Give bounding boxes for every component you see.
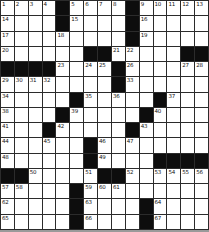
black-cell-r12c2: [15, 169, 28, 183]
white-cell-r14c1[interactable]: 62: [1, 199, 14, 213]
clue-number-2: 2: [16, 1, 19, 7]
clue-number-15: 15: [71, 16, 78, 22]
clue-number-55: 55: [182, 169, 189, 175]
white-cell-r10c15[interactable]: [195, 138, 208, 152]
black-cell-r5c4: [43, 62, 56, 76]
clue-number-44: 44: [2, 138, 9, 144]
black-cell-r14c6: [70, 199, 83, 213]
white-cell-r2c12[interactable]: [154, 16, 167, 30]
white-cell-r2c3[interactable]: [29, 16, 42, 30]
white-cell-r4c1[interactable]: 20: [1, 47, 14, 61]
white-cell-r13c12[interactable]: [154, 184, 167, 198]
clue-number-12: 12: [182, 1, 189, 7]
clue-number-48: 48: [2, 154, 9, 160]
white-cell-r3c3[interactable]: [29, 32, 42, 46]
clue-number-59: 59: [85, 184, 92, 190]
black-cell-r12c8: [98, 169, 111, 183]
black-cell-r5c9: [112, 62, 125, 76]
black-cell-r14c11: [140, 199, 153, 213]
white-cell-r7c7[interactable]: 35: [84, 93, 97, 107]
white-cell-r15c7[interactable]: 66: [84, 215, 97, 229]
white-cell-r10c14[interactable]: [181, 138, 194, 152]
white-cell-r14c9[interactable]: [112, 199, 125, 213]
white-cell-r14c8[interactable]: [98, 199, 111, 213]
clue-number-63: 63: [85, 199, 92, 205]
white-cell-r2c14[interactable]: [181, 16, 194, 30]
white-cell-r1c12[interactable]: 10: [154, 1, 167, 15]
clue-number-22: 22: [127, 47, 134, 53]
white-cell-r13c10[interactable]: [126, 184, 139, 198]
white-cell-r11c4[interactable]: [43, 154, 56, 168]
white-cell-r6c11[interactable]: [140, 77, 153, 91]
white-cell-r8c6[interactable]: 39: [70, 108, 83, 122]
white-cell-r2c9[interactable]: [112, 16, 125, 30]
clue-number-8: 8: [113, 1, 116, 7]
clue-number-64: 64: [155, 199, 162, 205]
clue-number-17: 17: [2, 32, 9, 38]
white-cell-r10c11[interactable]: [140, 138, 153, 152]
white-cell-r6c2[interactable]: 30: [15, 77, 28, 91]
clue-number-29: 29: [2, 77, 9, 83]
black-cell-r15c11: [140, 215, 153, 229]
white-cell-r1c15[interactable]: 13: [195, 1, 208, 15]
white-cell-r11c1[interactable]: 48: [1, 154, 14, 168]
white-cell-r8c2[interactable]: [15, 108, 28, 122]
clue-number-23: 23: [57, 62, 64, 68]
clue-number-38: 38: [2, 108, 9, 114]
clue-number-54: 54: [168, 169, 175, 175]
clue-number-20: 20: [2, 47, 9, 53]
white-cell-r10c8[interactable]: 46: [98, 138, 111, 152]
white-cell-r5c13[interactable]: [167, 62, 180, 76]
white-cell-r3c11[interactable]: 19: [140, 32, 153, 46]
black-cell-r7c6: [70, 93, 83, 107]
white-cell-r4c9[interactable]: 21: [112, 47, 125, 61]
clue-number-5: 5: [71, 1, 74, 7]
clue-number-37: 37: [168, 93, 175, 99]
white-cell-r11c10[interactable]: [126, 154, 139, 168]
black-cell-r2c5: [56, 16, 69, 30]
white-cell-r6c6[interactable]: [70, 77, 83, 91]
clue-number-35: 35: [85, 93, 92, 99]
white-cell-r13c15[interactable]: [195, 184, 208, 198]
white-cell-r5c7[interactable]: 24: [84, 62, 97, 76]
white-cell-r15c10[interactable]: [126, 215, 139, 229]
white-cell-r3c2[interactable]: [15, 32, 28, 46]
white-cell-r9c5[interactable]: 42: [56, 123, 69, 137]
white-cell-r13c1[interactable]: 57: [1, 184, 14, 198]
white-cell-r8c1[interactable]: 38: [1, 108, 14, 122]
white-cell-r9c7[interactable]: [84, 123, 97, 137]
white-cell-r8c14[interactable]: [181, 108, 194, 122]
clue-number-24: 24: [85, 62, 92, 68]
black-cell-r12c1: [1, 169, 14, 183]
black-cell-r15c6: [70, 215, 83, 229]
black-cell-r9c10: [126, 123, 139, 137]
clue-number-66: 66: [85, 215, 92, 221]
white-cell-r13c9[interactable]: 61: [112, 184, 125, 198]
clue-number-30: 30: [16, 77, 23, 83]
white-cell-r10c6[interactable]: [70, 138, 83, 152]
clue-number-10: 10: [155, 1, 162, 7]
black-cell-r5c2: [15, 62, 28, 76]
white-cell-r1c4[interactable]: 4: [43, 1, 56, 15]
black-cell-r11c15: [195, 154, 208, 168]
clue-number-67: 67: [155, 215, 162, 221]
white-cell-r15c12[interactable]: 67: [154, 215, 167, 229]
white-cell-r10c10[interactable]: 47: [126, 138, 139, 152]
white-cell-r5c15[interactable]: 28: [195, 62, 208, 76]
white-cell-r10c1[interactable]: 44: [1, 138, 14, 152]
white-cell-r6c8[interactable]: [98, 77, 111, 91]
white-cell-r8c4[interactable]: [43, 108, 56, 122]
black-cell-r4c14: [181, 47, 194, 61]
white-cell-r15c14[interactable]: [181, 215, 194, 229]
clue-number-62: 62: [2, 199, 9, 205]
black-cell-r7c12: [154, 93, 167, 107]
white-cell-r13c3[interactable]: [29, 184, 42, 198]
clue-number-25: 25: [99, 62, 106, 68]
white-cell-r13c11[interactable]: [140, 184, 153, 198]
clue-number-34: 34: [2, 93, 9, 99]
white-cell-r12c6[interactable]: [70, 169, 83, 183]
clue-number-19: 19: [141, 32, 148, 38]
black-cell-r1c5: [56, 1, 69, 15]
white-cell-r1c11[interactable]: 9: [140, 1, 153, 15]
white-cell-r15c15[interactable]: [195, 215, 208, 229]
white-cell-r3c13[interactable]: [167, 32, 180, 46]
white-cell-r1c1[interactable]: 1: [1, 1, 14, 15]
clue-number-13: 13: [196, 1, 203, 7]
white-cell-r4c10[interactable]: 22: [126, 47, 139, 61]
white-cell-r14c12[interactable]: 64: [154, 199, 167, 213]
white-cell-r14c4[interactable]: [43, 199, 56, 213]
black-cell-r4c15: [195, 47, 208, 61]
white-cell-r6c4[interactable]: 32: [43, 77, 56, 91]
white-cell-r7c1[interactable]: 34: [1, 93, 14, 107]
white-cell-r3c5[interactable]: 18: [56, 32, 69, 46]
white-cell-r2c7[interactable]: [84, 16, 97, 30]
white-cell-r2c13[interactable]: [167, 16, 180, 30]
white-cell-r6c13[interactable]: [167, 77, 180, 91]
black-cell-r5c3: [29, 62, 42, 76]
white-cell-r7c8[interactable]: [98, 93, 111, 107]
white-cell-r5c14[interactable]: 27: [181, 62, 194, 76]
white-cell-r6c12[interactable]: [154, 77, 167, 91]
white-cell-r12c3[interactable]: 50: [29, 169, 42, 183]
white-cell-r9c15[interactable]: [195, 123, 208, 137]
clue-number-46: 46: [99, 138, 106, 144]
clue-number-26: 26: [127, 62, 134, 68]
clue-number-65: 65: [2, 215, 9, 221]
white-cell-r1c9[interactable]: 8: [112, 1, 125, 15]
white-cell-r3c12[interactable]: [154, 32, 167, 46]
white-cell-r12c7[interactable]: 51: [84, 169, 97, 183]
white-cell-r5c6[interactable]: [70, 62, 83, 76]
white-cell-r3c14[interactable]: [181, 32, 194, 46]
white-cell-r7c4[interactable]: [43, 93, 56, 107]
white-cell-r3c1[interactable]: 17: [1, 32, 14, 46]
clue-number-52: 52: [127, 169, 134, 175]
white-cell-r1c2[interactable]: 2: [15, 1, 28, 15]
white-cell-r4c2[interactable]: [15, 47, 28, 61]
white-cell-r3c4[interactable]: [43, 32, 56, 46]
black-cell-r5c1: [1, 62, 14, 76]
white-cell-r6c15[interactable]: [195, 77, 208, 91]
white-cell-r7c2[interactable]: [15, 93, 28, 107]
white-cell-r12c15[interactable]: 56: [195, 169, 208, 183]
white-cell-r14c15[interactable]: [195, 199, 208, 213]
clue-number-53: 53: [155, 169, 162, 175]
white-cell-r14c13[interactable]: [167, 199, 180, 213]
white-cell-r1c6[interactable]: 5: [70, 1, 83, 15]
white-cell-r2c15[interactable]: [195, 16, 208, 30]
white-cell-r1c3[interactable]: 3: [29, 1, 42, 15]
white-cell-r2c6[interactable]: 15: [70, 16, 83, 30]
clue-number-33: 33: [127, 77, 134, 83]
black-cell-r1c10: [126, 1, 139, 15]
white-cell-r4c6[interactable]: [70, 47, 83, 61]
clue-number-21: 21: [113, 47, 120, 53]
black-cell-r11c13: [167, 154, 180, 168]
white-cell-r14c10[interactable]: [126, 199, 139, 213]
white-cell-r7c3[interactable]: [29, 93, 42, 107]
black-cell-r12c9: [112, 169, 125, 183]
black-cell-r4c8: [98, 47, 111, 61]
white-cell-r10c4[interactable]: 45: [43, 138, 56, 152]
white-cell-r11c8[interactable]: 49: [98, 154, 111, 168]
clue-number-47: 47: [127, 138, 134, 144]
white-cell-r15c2[interactable]: [15, 215, 28, 229]
white-cell-r12c4[interactable]: [43, 169, 56, 183]
clue-number-61: 61: [113, 184, 120, 190]
black-cell-r6c9: [112, 77, 125, 91]
clue-number-36: 36: [113, 93, 120, 99]
clue-number-18: 18: [57, 32, 64, 38]
white-cell-r1c7[interactable]: 6: [84, 1, 97, 15]
clue-number-41: 41: [2, 123, 9, 129]
white-cell-r8c8[interactable]: [98, 108, 111, 122]
white-cell-r9c9[interactable]: [112, 123, 125, 137]
white-cell-r2c11[interactable]: 16: [140, 16, 153, 30]
white-cell-r7c11[interactable]: [140, 93, 153, 107]
white-cell-r12c5[interactable]: [56, 169, 69, 183]
crossword-board: 1234567891011121314151617181920212223242…: [0, 0, 209, 232]
black-cell-r11c12: [154, 154, 167, 168]
white-cell-r14c14[interactable]: [181, 199, 194, 213]
white-cell-r2c1[interactable]: 14: [1, 16, 14, 30]
white-cell-r15c1[interactable]: 65: [1, 215, 14, 229]
clue-number-49: 49: [99, 154, 106, 160]
clue-number-40: 40: [155, 108, 162, 114]
white-cell-r9c13[interactable]: [167, 123, 180, 137]
white-cell-r4c3[interactable]: [29, 47, 42, 61]
white-cell-r11c5[interactable]: [56, 154, 69, 168]
white-cell-r6c5[interactable]: [56, 77, 69, 91]
white-cell-r3c6[interactable]: [70, 32, 83, 46]
white-cell-r8c13[interactable]: [167, 108, 180, 122]
white-cell-r11c9[interactable]: [112, 154, 125, 168]
white-cell-r11c6[interactable]: [70, 154, 83, 168]
white-cell-r10c12[interactable]: [154, 138, 167, 152]
clue-number-56: 56: [196, 169, 203, 175]
clue-number-6: 6: [85, 1, 88, 7]
black-cell-r10c7: [84, 138, 97, 152]
white-cell-r13c8[interactable]: 60: [98, 184, 111, 198]
white-cell-r12c13[interactable]: 54: [167, 169, 180, 183]
white-cell-r4c4[interactable]: [43, 47, 56, 61]
black-cell-r11c14: [181, 154, 194, 168]
white-cell-r5c8[interactable]: 25: [98, 62, 111, 76]
black-cell-r13c6: [70, 184, 83, 198]
white-cell-r15c4[interactable]: [43, 215, 56, 229]
white-cell-r2c8[interactable]: [98, 16, 111, 30]
white-cell-r5c5[interactable]: 23: [56, 62, 69, 76]
white-cell-r13c2[interactable]: 58: [15, 184, 28, 198]
white-cell-r10c3[interactable]: [29, 138, 42, 152]
white-cell-r15c13[interactable]: [167, 215, 180, 229]
clue-number-31: 31: [30, 77, 37, 83]
clue-number-42: 42: [57, 123, 64, 129]
white-cell-r9c14[interactable]: [181, 123, 194, 137]
white-cell-r14c7[interactable]: 63: [84, 199, 97, 213]
white-cell-r7c13[interactable]: 37: [167, 93, 180, 107]
white-cell-r11c11[interactable]: [140, 154, 153, 168]
white-cell-r2c4[interactable]: [43, 16, 56, 30]
white-cell-r14c5[interactable]: [56, 199, 69, 213]
white-cell-r9c6[interactable]: [70, 123, 83, 137]
clue-number-9: 9: [141, 1, 144, 7]
black-cell-r2c10: [126, 16, 139, 30]
clue-number-14: 14: [2, 16, 9, 22]
white-cell-r12c14[interactable]: 55: [181, 169, 194, 183]
black-cell-r11c7: [84, 154, 97, 168]
clue-number-16: 16: [141, 16, 148, 22]
white-cell-r8c12[interactable]: 40: [154, 108, 167, 122]
clue-number-7: 7: [99, 1, 102, 7]
white-cell-r10c9[interactable]: [112, 138, 125, 152]
white-cell-r9c1[interactable]: 41: [1, 123, 14, 137]
clue-number-32: 32: [44, 77, 51, 83]
clue-number-60: 60: [99, 184, 106, 190]
white-cell-r12c12[interactable]: 53: [154, 169, 167, 183]
white-cell-r4c5[interactable]: [56, 47, 69, 61]
white-cell-r10c5[interactable]: [56, 138, 69, 152]
white-cell-r8c3[interactable]: [29, 108, 42, 122]
white-cell-r8c9[interactable]: [112, 108, 125, 122]
white-cell-r9c12[interactable]: [154, 123, 167, 137]
clue-number-57: 57: [2, 184, 9, 190]
white-cell-r4c13[interactable]: [167, 47, 180, 61]
black-cell-r3c10: [126, 32, 139, 46]
clue-number-58: 58: [16, 184, 23, 190]
white-cell-r7c5[interactable]: [56, 93, 69, 107]
white-cell-r13c7[interactable]: 59: [84, 184, 97, 198]
clue-number-28: 28: [196, 62, 203, 68]
white-cell-r13c14[interactable]: [181, 184, 194, 198]
white-cell-r8c10[interactable]: [126, 108, 139, 122]
white-cell-r1c14[interactable]: 12: [181, 1, 194, 15]
white-cell-r1c8[interactable]: 7: [98, 1, 111, 15]
white-cell-r13c13[interactable]: [167, 184, 180, 198]
clue-number-51: 51: [85, 169, 92, 175]
white-cell-r1c13[interactable]: 11: [167, 1, 180, 15]
clue-number-3: 3: [30, 1, 33, 7]
white-cell-r5c12[interactable]: [154, 62, 167, 76]
clue-number-1: 1: [2, 1, 5, 7]
white-cell-r5c10[interactable]: 26: [126, 62, 139, 76]
white-cell-r6c10[interactable]: 33: [126, 77, 139, 91]
white-cell-r7c9[interactable]: 36: [112, 93, 125, 107]
white-cell-r4c11[interactable]: [140, 47, 153, 61]
white-cell-r6c7[interactable]: [84, 77, 97, 91]
clue-number-27: 27: [182, 62, 189, 68]
white-cell-r11c3[interactable]: [29, 154, 42, 168]
white-cell-r9c11[interactable]: 43: [140, 123, 153, 137]
white-cell-r3c15[interactable]: [195, 32, 208, 46]
white-cell-r13c4[interactable]: [43, 184, 56, 198]
clue-number-4: 4: [44, 1, 47, 7]
white-cell-r5c11[interactable]: [140, 62, 153, 76]
white-cell-r6c14[interactable]: [181, 77, 194, 91]
white-cell-r11c2[interactable]: [15, 154, 28, 168]
white-cell-r3c9[interactable]: [112, 32, 125, 46]
white-cell-r13c5[interactable]: [56, 184, 69, 198]
white-cell-r9c3[interactable]: [29, 123, 42, 137]
white-cell-r9c8[interactable]: [98, 123, 111, 137]
clue-number-11: 11: [168, 1, 175, 7]
white-cell-r14c2[interactable]: [15, 199, 28, 213]
white-cell-r15c3[interactable]: [29, 215, 42, 229]
black-cell-r8c5: [56, 108, 69, 122]
white-cell-r6c1[interactable]: 29: [1, 77, 14, 91]
clue-number-45: 45: [44, 138, 51, 144]
white-cell-r7c15[interactable]: [195, 93, 208, 107]
white-cell-r2c2[interactable]: [15, 16, 28, 30]
white-cell-r12c10[interactable]: 52: [126, 169, 139, 183]
white-cell-r8c15[interactable]: [195, 108, 208, 122]
black-cell-r8c11: [140, 108, 153, 122]
white-cell-r9c2[interactable]: [15, 123, 28, 137]
black-cell-r4c7: [84, 47, 97, 61]
white-cell-r10c2[interactable]: [15, 138, 28, 152]
white-cell-r12c11[interactable]: [140, 169, 153, 183]
white-cell-r3c7[interactable]: [84, 32, 97, 46]
white-cell-r7c10[interactable]: [126, 93, 139, 107]
white-cell-r8c7[interactable]: [84, 108, 97, 122]
black-cell-r9c4: [43, 123, 56, 137]
white-cell-r15c8[interactable]: [98, 215, 111, 229]
white-cell-r4c12[interactable]: [154, 47, 167, 61]
white-cell-r6c3[interactable]: 31: [29, 77, 42, 91]
white-cell-r15c9[interactable]: [112, 215, 125, 229]
white-cell-r3c8[interactable]: [98, 32, 111, 46]
white-cell-r14c3[interactable]: [29, 199, 42, 213]
clue-number-43: 43: [141, 123, 148, 129]
white-cell-r15c5[interactable]: [56, 215, 69, 229]
white-cell-r7c14[interactable]: [181, 93, 194, 107]
clue-number-39: 39: [71, 108, 78, 114]
clue-number-50: 50: [30, 169, 37, 175]
white-cell-r10c13[interactable]: [167, 138, 180, 152]
